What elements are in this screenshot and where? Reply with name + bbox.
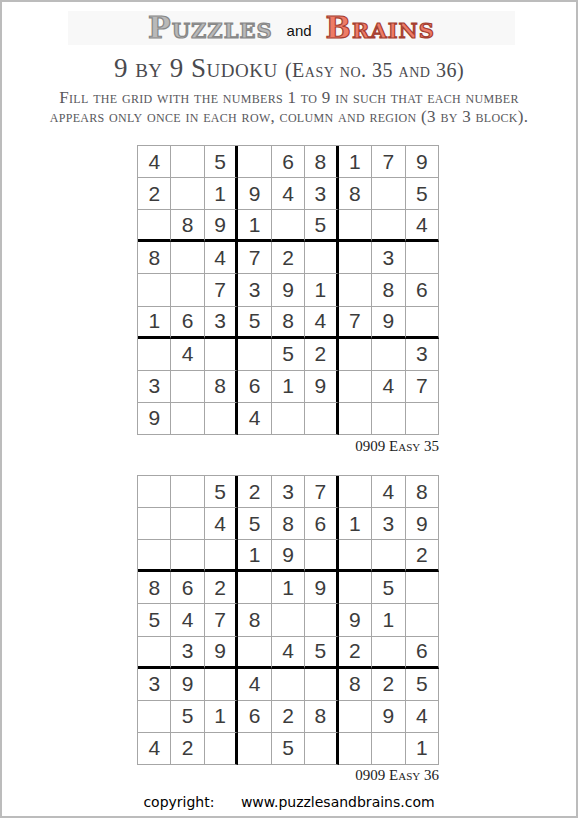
sudoku-cell bbox=[372, 339, 405, 371]
sudoku-cell bbox=[138, 540, 171, 572]
sudoku-cell bbox=[305, 669, 338, 701]
sudoku-cell bbox=[171, 403, 204, 435]
sudoku-cell: 2 bbox=[171, 733, 204, 765]
sudoku-cell bbox=[272, 604, 305, 636]
sudoku-cell bbox=[339, 371, 372, 403]
sudoku-cell: 2 bbox=[372, 669, 405, 701]
sudoku-cell bbox=[238, 146, 271, 178]
sudoku-grid-35: 4568179219438589154847237391861635847945… bbox=[137, 145, 439, 435]
sudoku-cell: 1 bbox=[238, 540, 271, 572]
sudoku-cell bbox=[171, 540, 204, 572]
sudoku-cell: 6 bbox=[238, 371, 271, 403]
sudoku-cell bbox=[406, 572, 439, 604]
sudoku-cell: 9 bbox=[406, 146, 439, 178]
sudoku-cell: 4 bbox=[138, 146, 171, 178]
footer: copyright: www.puzzlesandbrains.com bbox=[2, 794, 576, 810]
sudoku-cell: 5 bbox=[238, 307, 271, 339]
sudoku-cell: 3 bbox=[138, 669, 171, 701]
logo-puzzles-text: Puzzles bbox=[148, 13, 272, 43]
website-text: www.puzzlesandbrains.com bbox=[241, 794, 435, 810]
sudoku-cell: 1 bbox=[272, 371, 305, 403]
sudoku-cell: 5 bbox=[305, 637, 338, 669]
sudoku-cell: 8 bbox=[339, 178, 372, 210]
sudoku-cell: 9 bbox=[339, 604, 372, 636]
sudoku-cell: 3 bbox=[272, 476, 305, 508]
sudoku-cell: 9 bbox=[272, 274, 305, 306]
sudoku-cell: 3 bbox=[138, 371, 171, 403]
sudoku-cell bbox=[406, 403, 439, 435]
sudoku-cell: 7 bbox=[238, 242, 271, 274]
page-title: 9 by 9 Sudoku (Easy no. 35 and 36) bbox=[2, 54, 576, 84]
sudoku-cell bbox=[305, 242, 338, 274]
sudoku-cell: 8 bbox=[272, 307, 305, 339]
sudoku-cell: 7 bbox=[305, 476, 338, 508]
sudoku-cell bbox=[339, 572, 372, 604]
sudoku-cell: 3 bbox=[372, 508, 405, 540]
sudoku-cell bbox=[138, 701, 171, 733]
sudoku-cell bbox=[339, 701, 372, 733]
sudoku-cell: 4 bbox=[238, 669, 271, 701]
sudoku-cell bbox=[205, 403, 238, 435]
sudoku-cell bbox=[339, 274, 372, 306]
sudoku-cell: 1 bbox=[138, 307, 171, 339]
sudoku-cell: 9 bbox=[205, 637, 238, 669]
sudoku-cell: 2 bbox=[272, 242, 305, 274]
sudoku-cell: 2 bbox=[238, 476, 271, 508]
sudoku-cell bbox=[171, 242, 204, 274]
sudoku-cell bbox=[372, 178, 405, 210]
sudoku-cell: 3 bbox=[305, 178, 338, 210]
sudoku-cell: 8 bbox=[138, 572, 171, 604]
sudoku-cell: 3 bbox=[238, 274, 271, 306]
sudoku-cell: 8 bbox=[138, 242, 171, 274]
sudoku-cell: 1 bbox=[238, 210, 271, 242]
sudoku-cell: 5 bbox=[238, 508, 271, 540]
sudoku-cell bbox=[205, 540, 238, 572]
sudoku-cell: 4 bbox=[272, 637, 305, 669]
sudoku-cell: 6 bbox=[171, 307, 204, 339]
sudoku-grid-36: 5237484586139192862195547891394526394825… bbox=[137, 475, 439, 765]
sudoku-cell bbox=[339, 733, 372, 765]
sudoku-cell bbox=[305, 733, 338, 765]
sudoku-cell bbox=[339, 403, 372, 435]
logo-banner: Puzzles and Brains bbox=[68, 11, 515, 45]
sudoku-cell bbox=[372, 637, 405, 669]
sudoku-cell bbox=[205, 669, 238, 701]
sudoku-cell: 3 bbox=[171, 637, 204, 669]
sudoku-cell: 3 bbox=[372, 242, 405, 274]
sudoku-cell: 8 bbox=[406, 476, 439, 508]
sudoku-cell: 8 bbox=[339, 669, 372, 701]
sudoku-cell bbox=[372, 210, 405, 242]
sudoku-cell: 1 bbox=[205, 701, 238, 733]
sudoku-cell bbox=[238, 339, 271, 371]
sudoku-cell bbox=[272, 210, 305, 242]
sudoku-cell: 4 bbox=[305, 307, 338, 339]
sudoku-cell bbox=[138, 508, 171, 540]
sudoku-cell: 4 bbox=[238, 403, 271, 435]
sudoku-cell: 8 bbox=[171, 210, 204, 242]
sudoku-cell: 4 bbox=[406, 210, 439, 242]
sudoku-cell: 7 bbox=[205, 604, 238, 636]
sudoku-cell bbox=[205, 733, 238, 765]
copyright-label: copyright: bbox=[143, 794, 214, 810]
sudoku-cell bbox=[339, 540, 372, 572]
sudoku-cell: 6 bbox=[406, 274, 439, 306]
sudoku-cell: 4 bbox=[372, 371, 405, 403]
instructions: Fill the grid with the numbers 1 to 9 in… bbox=[2, 88, 576, 126]
sudoku-cell bbox=[339, 339, 372, 371]
sudoku-cell: 8 bbox=[238, 604, 271, 636]
sudoku-cell: 5 bbox=[171, 701, 204, 733]
sudoku-cell: 5 bbox=[272, 339, 305, 371]
logo-brains-text: Brains bbox=[326, 13, 435, 43]
sudoku-cell bbox=[238, 733, 271, 765]
sudoku-cell bbox=[138, 476, 171, 508]
sudoku-cell: 3 bbox=[406, 339, 439, 371]
sudoku-cell: 5 bbox=[372, 572, 405, 604]
sudoku-cell: 5 bbox=[406, 178, 439, 210]
sudoku-cell bbox=[372, 733, 405, 765]
puzzle-caption-36: 0909 Easy 36 bbox=[137, 767, 439, 784]
sudoku-cell: 8 bbox=[372, 274, 405, 306]
sudoku-cell: 6 bbox=[272, 146, 305, 178]
sudoku-cell: 4 bbox=[406, 701, 439, 733]
sudoku-cell: 8 bbox=[305, 146, 338, 178]
sudoku-cell bbox=[305, 403, 338, 435]
sudoku-cell: 7 bbox=[339, 307, 372, 339]
sudoku-cell: 6 bbox=[305, 508, 338, 540]
sudoku-cell: 2 bbox=[138, 178, 171, 210]
sudoku-cell: 5 bbox=[205, 146, 238, 178]
puzzle-sheet: Puzzles and Brains 9 by 9 Sudoku (Easy n… bbox=[0, 0, 578, 818]
sudoku-cell bbox=[406, 307, 439, 339]
sudoku-cell bbox=[339, 210, 372, 242]
sudoku-cell: 9 bbox=[372, 307, 405, 339]
sudoku-cell: 4 bbox=[272, 178, 305, 210]
sudoku-cell: 2 bbox=[272, 701, 305, 733]
sudoku-cell: 3 bbox=[205, 307, 238, 339]
page-title-main: 9 by 9 Sudoku bbox=[114, 53, 278, 83]
sudoku-cell bbox=[238, 637, 271, 669]
sudoku-cell bbox=[305, 604, 338, 636]
sudoku-cell bbox=[138, 339, 171, 371]
sudoku-cell: 9 bbox=[406, 508, 439, 540]
sudoku-cell: 4 bbox=[372, 476, 405, 508]
sudoku-cell bbox=[171, 476, 204, 508]
sudoku-cell bbox=[171, 146, 204, 178]
sudoku-cell: 9 bbox=[238, 178, 271, 210]
sudoku-cell: 9 bbox=[205, 210, 238, 242]
sudoku-cell: 5 bbox=[406, 669, 439, 701]
sudoku-cell: 8 bbox=[305, 701, 338, 733]
sudoku-cell: 2 bbox=[406, 540, 439, 572]
sudoku-cell bbox=[406, 604, 439, 636]
sudoku-cell: 5 bbox=[305, 210, 338, 242]
instructions-line-2: appears only once in each row, column an… bbox=[2, 107, 576, 126]
sudoku-cell: 7 bbox=[205, 274, 238, 306]
sudoku-cell: 8 bbox=[272, 508, 305, 540]
sudoku-cell bbox=[339, 476, 372, 508]
sudoku-cell: 5 bbox=[205, 476, 238, 508]
sudoku-cell: 7 bbox=[406, 371, 439, 403]
sudoku-cell: 4 bbox=[205, 242, 238, 274]
sudoku-cell: 1 bbox=[339, 146, 372, 178]
sudoku-cell: 9 bbox=[372, 701, 405, 733]
sudoku-cell bbox=[372, 540, 405, 572]
sudoku-cell: 5 bbox=[138, 604, 171, 636]
sudoku-cell: 7 bbox=[372, 146, 405, 178]
sudoku-cell: 6 bbox=[238, 701, 271, 733]
sudoku-cell: 6 bbox=[171, 572, 204, 604]
sudoku-cell: 8 bbox=[205, 371, 238, 403]
sudoku-cell bbox=[171, 371, 204, 403]
sudoku-cell: 2 bbox=[205, 572, 238, 604]
sudoku-cell bbox=[406, 242, 439, 274]
sudoku-cell: 9 bbox=[305, 572, 338, 604]
sudoku-cell bbox=[138, 637, 171, 669]
sudoku-cell: 1 bbox=[205, 178, 238, 210]
sudoku-cell bbox=[171, 178, 204, 210]
logo-and-text: and bbox=[287, 22, 312, 39]
sudoku-cell: 9 bbox=[138, 403, 171, 435]
sudoku-cell bbox=[372, 403, 405, 435]
sudoku-cell: 6 bbox=[406, 637, 439, 669]
sudoku-cell bbox=[339, 242, 372, 274]
sudoku-cell: 2 bbox=[339, 637, 372, 669]
sudoku-cell: 1 bbox=[272, 572, 305, 604]
sudoku-cell bbox=[138, 210, 171, 242]
sudoku-cell bbox=[238, 572, 271, 604]
sudoku-cell: 1 bbox=[305, 274, 338, 306]
sudoku-cell: 4 bbox=[171, 604, 204, 636]
sudoku-cell: 4 bbox=[138, 733, 171, 765]
puzzle-caption-35: 0909 Easy 35 bbox=[137, 438, 439, 455]
sudoku-cell: 9 bbox=[171, 669, 204, 701]
sudoku-cell bbox=[272, 403, 305, 435]
sudoku-cell: 1 bbox=[372, 604, 405, 636]
sudoku-cell: 2 bbox=[305, 339, 338, 371]
sudoku-cell: 9 bbox=[305, 371, 338, 403]
sudoku-cell: 1 bbox=[339, 508, 372, 540]
instructions-line-1: Fill the grid with the numbers 1 to 9 in… bbox=[2, 88, 576, 107]
sudoku-cell bbox=[205, 339, 238, 371]
page-title-sub: (Easy no. 35 and 36) bbox=[285, 59, 464, 81]
sudoku-cell bbox=[171, 508, 204, 540]
sudoku-cell: 1 bbox=[406, 733, 439, 765]
sudoku-cell: 9 bbox=[272, 540, 305, 572]
sudoku-cell bbox=[305, 540, 338, 572]
sudoku-cell bbox=[171, 274, 204, 306]
sudoku-cell bbox=[138, 274, 171, 306]
sudoku-cell: 4 bbox=[205, 508, 238, 540]
sudoku-cell: 5 bbox=[272, 733, 305, 765]
sudoku-cell bbox=[272, 669, 305, 701]
sudoku-cell: 4 bbox=[171, 339, 204, 371]
